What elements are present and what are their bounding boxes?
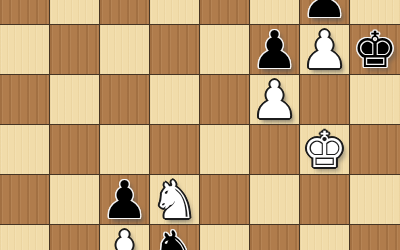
square-g3[interactable] — [300, 174, 350, 224]
square-f5[interactable]: ♟ — [250, 74, 300, 124]
square-f2[interactable] — [250, 224, 300, 250]
square-e4[interactable] — [200, 124, 250, 174]
piece-white-pawn[interactable]: ♟ — [301, 24, 348, 76]
square-b3[interactable] — [50, 174, 100, 224]
square-d3[interactable]: ♞ — [150, 174, 200, 224]
square-c5[interactable] — [100, 74, 150, 124]
square-f4[interactable] — [250, 124, 300, 174]
square-h2[interactable] — [350, 224, 400, 250]
square-a2[interactable] — [0, 224, 50, 250]
piece-black-pawn[interactable]: ♟ — [251, 24, 298, 76]
square-e3[interactable] — [200, 174, 250, 224]
square-h4[interactable] — [350, 124, 400, 174]
square-c2[interactable]: ♟ — [100, 224, 150, 250]
square-h6[interactable]: ♚ — [350, 24, 400, 74]
square-a7[interactable] — [0, 0, 50, 24]
square-g5[interactable] — [300, 74, 350, 124]
square-h5[interactable] — [350, 74, 400, 124]
square-d6[interactable] — [150, 24, 200, 74]
piece-white-knight[interactable]: ♞ — [151, 174, 198, 226]
square-g4[interactable]: ♚ — [300, 124, 350, 174]
square-d2[interactable]: ♞ — [150, 224, 200, 250]
square-b7[interactable] — [50, 0, 100, 24]
square-e7[interactable] — [200, 0, 250, 24]
square-e2[interactable] — [200, 224, 250, 250]
square-h3[interactable] — [350, 174, 400, 224]
square-a5[interactable] — [0, 74, 50, 124]
piece-white-pawn[interactable]: ♟ — [251, 74, 298, 126]
chessboard: ♟♟♟♚♟♚♟♞♟♞ — [0, 0, 400, 250]
square-a6[interactable] — [0, 24, 50, 74]
square-b5[interactable] — [50, 74, 100, 124]
piece-black-pawn[interactable]: ♟ — [101, 174, 148, 226]
square-d7[interactable] — [150, 0, 200, 24]
square-f6[interactable]: ♟ — [250, 24, 300, 74]
square-g2[interactable] — [300, 224, 350, 250]
square-d5[interactable] — [150, 74, 200, 124]
square-e5[interactable] — [200, 74, 250, 124]
piece-black-knight[interactable]: ♞ — [151, 224, 198, 250]
square-b4[interactable] — [50, 124, 100, 174]
square-b6[interactable] — [50, 24, 100, 74]
chessboard-viewport: ♟♟♟♚♟♚♟♞♟♞ — [0, 0, 400, 250]
square-c3[interactable]: ♟ — [100, 174, 150, 224]
square-c6[interactable] — [100, 24, 150, 74]
square-d4[interactable] — [150, 124, 200, 174]
piece-black-king[interactable]: ♚ — [353, 25, 398, 75]
piece-white-pawn[interactable]: ♟ — [101, 224, 148, 250]
square-a3[interactable] — [0, 174, 50, 224]
piece-white-king[interactable]: ♚ — [302, 125, 347, 175]
square-b2[interactable] — [50, 224, 100, 250]
square-f3[interactable] — [250, 174, 300, 224]
square-a4[interactable] — [0, 124, 50, 174]
square-g6[interactable]: ♟ — [300, 24, 350, 74]
square-c4[interactable] — [100, 124, 150, 174]
square-e6[interactable] — [200, 24, 250, 74]
square-c7[interactable] — [100, 0, 150, 24]
